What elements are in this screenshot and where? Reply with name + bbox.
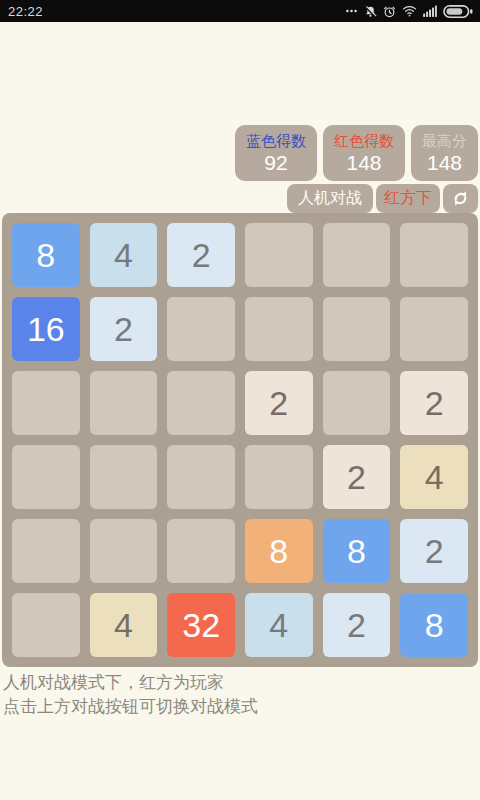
tile-r1c1-8-blue: 8	[12, 223, 80, 287]
cell-r2c6-empty	[400, 297, 468, 361]
refresh-icon	[451, 189, 470, 208]
cell-r3c5-empty	[323, 371, 391, 435]
cell-r5c2-empty	[90, 519, 158, 583]
best-score-label: 最高分	[422, 131, 467, 150]
help-line-1: 人机对战模式下，红方为玩家	[3, 671, 258, 695]
cell-r3c3-empty	[167, 371, 235, 435]
red-score-label: 红色得数	[334, 131, 394, 150]
cell-r2c4-empty	[245, 297, 313, 361]
help-text: 人机对战模式下，红方为玩家 点击上方对战按钮可切换对战模式	[3, 671, 258, 719]
tile-r5c6-2-blue: 2	[400, 519, 468, 583]
help-line-2: 点击上方对战按钮可切换对战模式	[3, 695, 258, 719]
blue-score-box: 蓝色得数 92	[235, 125, 317, 181]
cell-r2c5-empty	[323, 297, 391, 361]
cell-r3c2-empty	[90, 371, 158, 435]
red-score-box: 红色得数 148	[323, 125, 405, 181]
tile-r4c5-2-red: 2	[323, 445, 391, 509]
cell-r4c4-empty	[245, 445, 313, 509]
alarm-icon	[383, 5, 396, 18]
blue-score-label: 蓝色得数	[246, 131, 306, 150]
cell-r2c3-empty	[167, 297, 235, 361]
cell-r1c5-empty	[323, 223, 391, 287]
tile-r1c3-2-blue: 2	[167, 223, 235, 287]
tile-r6c4-4-blue: 4	[245, 593, 313, 657]
cell-r4c2-empty	[90, 445, 158, 509]
tile-r4c6-4-red: 4	[400, 445, 468, 509]
cell-r5c1-empty	[12, 519, 80, 583]
blue-score-value: 92	[264, 150, 287, 176]
tile-r6c2-4-red: 4	[90, 593, 158, 657]
red-score-value: 148	[346, 150, 381, 176]
tile-r3c6-2-red: 2	[400, 371, 468, 435]
wifi-icon	[402, 5, 417, 17]
tile-r2c1-16-blue: 16	[12, 297, 80, 361]
status-icons	[345, 5, 473, 18]
tile-r3c4-2-red: 2	[245, 371, 313, 435]
clock-time: 22:22	[8, 4, 43, 19]
tile-r2c2-2-blue: 2	[90, 297, 158, 361]
tile-r6c6-8-blue: 8	[400, 593, 468, 657]
tile-r6c3-32-red: 32	[167, 593, 235, 657]
cell-r6c1-empty	[12, 593, 80, 657]
control-bar: 人机对战 红方下	[287, 184, 478, 213]
notifications-off-icon	[364, 5, 377, 18]
board[interactable]: 8421622224882432428	[2, 213, 478, 667]
more-dots-icon	[345, 5, 358, 17]
cell-r1c6-empty	[400, 223, 468, 287]
turn-indicator: 红方下	[376, 184, 440, 213]
battery-icon	[443, 5, 473, 18]
cell-r3c1-empty	[12, 371, 80, 435]
cell-r4c1-empty	[12, 445, 80, 509]
best-score-value: 148	[427, 150, 462, 176]
best-score-box: 最高分 148	[411, 125, 478, 181]
signal-icon	[423, 5, 437, 17]
battle-mode-button[interactable]: 人机对战	[287, 184, 373, 213]
cell-r5c3-empty	[167, 519, 235, 583]
tile-r5c4-8-red: 8	[245, 519, 313, 583]
tile-r5c5-8-blue: 8	[323, 519, 391, 583]
tile-r1c2-4-blue: 4	[90, 223, 158, 287]
cell-r4c3-empty	[167, 445, 235, 509]
scoreboard: 蓝色得数 92 红色得数 148 最高分 148	[235, 125, 478, 181]
restart-button[interactable]	[443, 184, 478, 213]
cell-r1c4-empty	[245, 223, 313, 287]
status-bar: 22:22	[0, 0, 480, 22]
tile-r6c5-2-blue: 2	[323, 593, 391, 657]
